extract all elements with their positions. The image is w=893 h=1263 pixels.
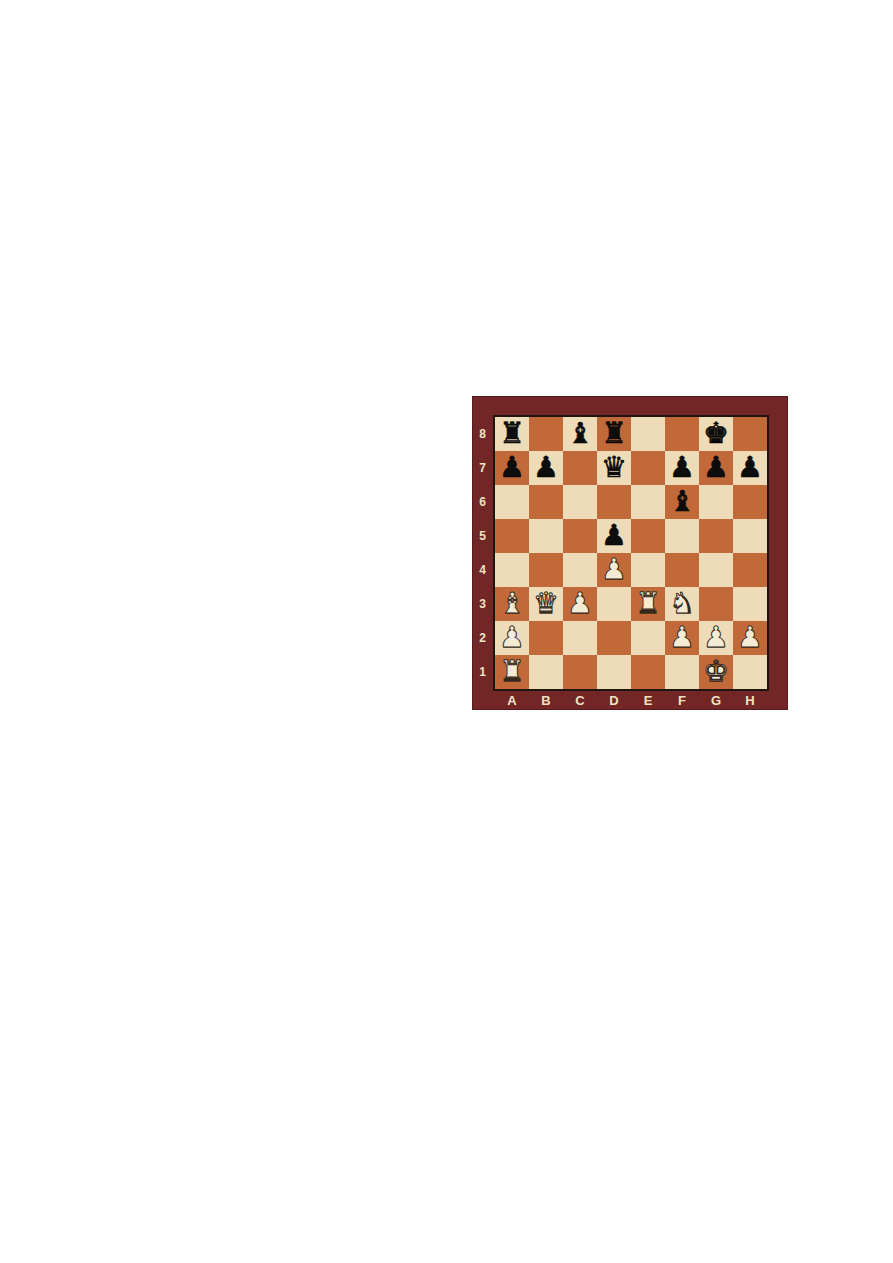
square-a3[interactable]: ♝ (495, 587, 529, 621)
square-g6[interactable] (699, 485, 733, 519)
square-a8[interactable]: ♜ (495, 417, 529, 451)
square-e8[interactable] (631, 417, 665, 451)
file-label-a: A (495, 691, 529, 710)
square-a5[interactable] (495, 519, 529, 553)
page-background: { "game": "chess", "position": "r1br2k1/… (0, 0, 893, 1263)
square-b2[interactable] (529, 621, 563, 655)
rank-label-5: 5 (472, 519, 493, 553)
white-queen[interactable]: ♛ (533, 587, 559, 620)
white-pawn[interactable]: ♟ (601, 553, 627, 586)
square-a4[interactable] (495, 553, 529, 587)
square-f1[interactable] (665, 655, 699, 689)
chess-board-frame: 87654321 ♜♝♜♚♟♟♛♟♟♟♝♟♟♝♛♟♜♞♟♟♟♟♜♚ ABCDEF… (472, 396, 788, 710)
rank-label-6: 6 (472, 485, 493, 519)
black-pawn[interactable]: ♟ (499, 451, 525, 484)
black-pawn[interactable]: ♟ (737, 451, 763, 484)
black-bishop[interactable]: ♝ (669, 485, 695, 518)
square-e7[interactable] (631, 451, 665, 485)
rank-label-2: 2 (472, 621, 493, 655)
rank-label-7: 7 (472, 451, 493, 485)
black-pawn[interactable]: ♟ (669, 451, 695, 484)
square-d8[interactable]: ♜ (597, 417, 631, 451)
white-pawn[interactable]: ♟ (737, 621, 763, 654)
white-pawn[interactable]: ♟ (567, 587, 593, 620)
square-h4[interactable] (733, 553, 767, 587)
black-rook[interactable]: ♜ (499, 417, 525, 450)
square-e4[interactable] (631, 553, 665, 587)
square-d7[interactable]: ♛ (597, 451, 631, 485)
white-pawn[interactable]: ♟ (669, 621, 695, 654)
square-g8[interactable]: ♚ (699, 417, 733, 451)
square-b1[interactable] (529, 655, 563, 689)
square-d5[interactable]: ♟ (597, 519, 631, 553)
square-a7[interactable]: ♟ (495, 451, 529, 485)
square-b6[interactable] (529, 485, 563, 519)
black-king[interactable]: ♚ (703, 417, 729, 450)
square-e2[interactable] (631, 621, 665, 655)
black-rook[interactable]: ♜ (601, 417, 627, 450)
square-h5[interactable] (733, 519, 767, 553)
file-label-h: H (733, 691, 767, 710)
square-e6[interactable] (631, 485, 665, 519)
square-g2[interactable]: ♟ (699, 621, 733, 655)
square-c8[interactable]: ♝ (563, 417, 597, 451)
black-pawn[interactable]: ♟ (703, 451, 729, 484)
file-label-b: B (529, 691, 563, 710)
square-h8[interactable] (733, 417, 767, 451)
square-g1[interactable]: ♚ (699, 655, 733, 689)
square-h3[interactable] (733, 587, 767, 621)
square-h2[interactable]: ♟ (733, 621, 767, 655)
square-c5[interactable] (563, 519, 597, 553)
square-d6[interactable] (597, 485, 631, 519)
black-pawn[interactable]: ♟ (533, 451, 559, 484)
square-f3[interactable]: ♞ (665, 587, 699, 621)
file-label-g: G (699, 691, 733, 710)
square-c2[interactable] (563, 621, 597, 655)
square-d4[interactable]: ♟ (597, 553, 631, 587)
square-c3[interactable]: ♟ (563, 587, 597, 621)
square-h6[interactable] (733, 485, 767, 519)
black-bishop[interactable]: ♝ (567, 417, 593, 450)
square-f6[interactable]: ♝ (665, 485, 699, 519)
square-f5[interactable] (665, 519, 699, 553)
square-e3[interactable]: ♜ (631, 587, 665, 621)
square-d1[interactable] (597, 655, 631, 689)
square-c7[interactable] (563, 451, 597, 485)
white-rook[interactable]: ♜ (635, 587, 661, 620)
square-f7[interactable]: ♟ (665, 451, 699, 485)
white-knight[interactable]: ♞ (669, 587, 695, 620)
rank-label-4: 4 (472, 553, 493, 587)
black-pawn[interactable]: ♟ (601, 519, 627, 552)
square-c4[interactable] (563, 553, 597, 587)
file-label-f: F (665, 691, 699, 710)
square-e5[interactable] (631, 519, 665, 553)
square-g5[interactable] (699, 519, 733, 553)
square-b8[interactable] (529, 417, 563, 451)
square-d2[interactable] (597, 621, 631, 655)
square-b5[interactable] (529, 519, 563, 553)
square-d3[interactable] (597, 587, 631, 621)
square-g3[interactable] (699, 587, 733, 621)
white-bishop[interactable]: ♝ (499, 587, 525, 620)
file-label-c: C (563, 691, 597, 710)
rank-labels: 87654321 (472, 417, 493, 689)
white-rook[interactable]: ♜ (499, 655, 525, 688)
square-f8[interactable] (665, 417, 699, 451)
file-label-e: E (631, 691, 665, 710)
file-labels: ABCDEFGH (495, 691, 767, 710)
square-e1[interactable] (631, 655, 665, 689)
square-b3[interactable]: ♛ (529, 587, 563, 621)
square-b7[interactable]: ♟ (529, 451, 563, 485)
black-queen[interactable]: ♛ (601, 451, 627, 484)
chess-board: ♜♝♜♚♟♟♛♟♟♟♝♟♟♝♛♟♜♞♟♟♟♟♜♚ (493, 415, 769, 691)
square-g7[interactable]: ♟ (699, 451, 733, 485)
white-pawn[interactable]: ♟ (499, 621, 525, 654)
rank-label-8: 8 (472, 417, 493, 451)
square-h7[interactable]: ♟ (733, 451, 767, 485)
square-b4[interactable] (529, 553, 563, 587)
square-g4[interactable] (699, 553, 733, 587)
square-f2[interactable]: ♟ (665, 621, 699, 655)
square-c6[interactable] (563, 485, 597, 519)
square-a1[interactable]: ♜ (495, 655, 529, 689)
rank-label-3: 3 (472, 587, 493, 621)
square-c1[interactable] (563, 655, 597, 689)
square-f4[interactable] (665, 553, 699, 587)
square-a2[interactable]: ♟ (495, 621, 529, 655)
white-pawn[interactable]: ♟ (703, 621, 729, 654)
white-king[interactable]: ♚ (703, 655, 729, 688)
square-h1[interactable] (733, 655, 767, 689)
file-label-d: D (597, 691, 631, 710)
rank-label-1: 1 (472, 655, 493, 689)
square-a6[interactable] (495, 485, 529, 519)
